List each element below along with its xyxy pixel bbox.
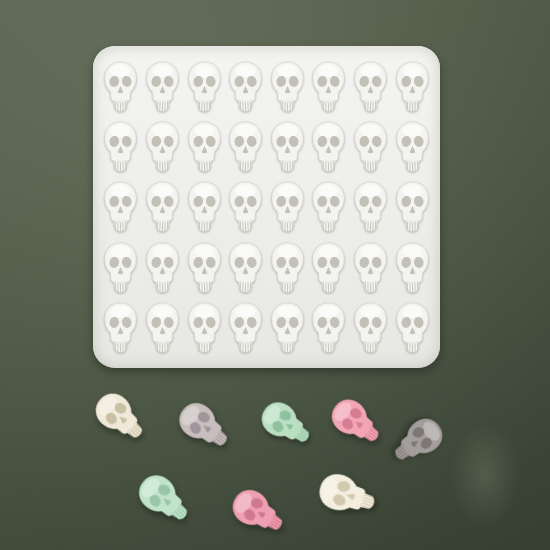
skull-icon: [224, 480, 293, 544]
skull-icon: [86, 383, 154, 450]
cast-skull-gray-2: [384, 409, 451, 473]
cast-skull-gray-1: [170, 393, 239, 459]
cast-skull-mint-2: [129, 465, 199, 533]
cast-skull-cream-1: [86, 383, 154, 450]
skull-icon: [170, 393, 239, 459]
cast-skull-pink-2: [224, 480, 293, 544]
skull-icon: [322, 390, 389, 455]
cast-skull-cream-2: [313, 466, 382, 524]
castings-layer: [0, 0, 550, 550]
skull-icon: [313, 466, 382, 524]
cast-skull-pink-1: [322, 390, 389, 455]
skull-icon: [253, 393, 320, 456]
cast-skull-mint-1: [253, 393, 320, 456]
photo-scene: [0, 0, 550, 550]
skull-icon: [129, 465, 199, 533]
skull-icon: [384, 409, 451, 473]
